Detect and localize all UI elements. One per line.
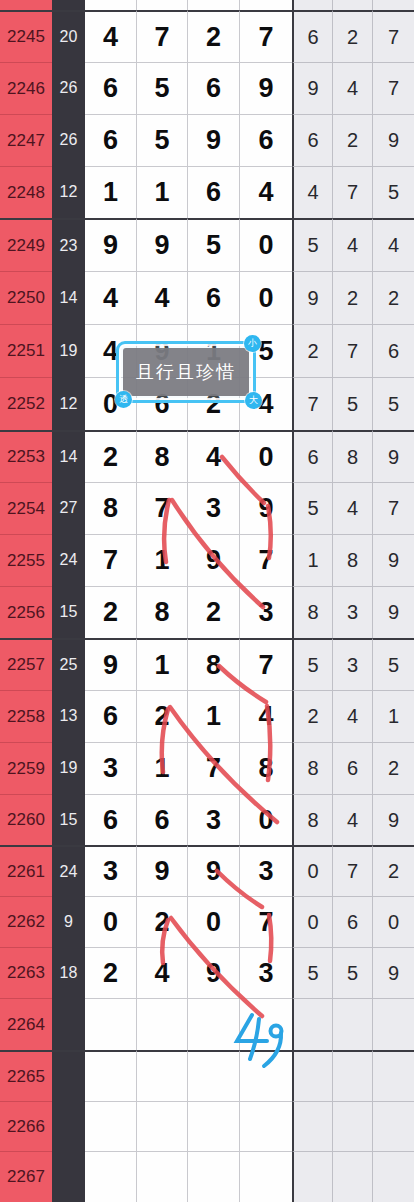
digit-cell[interactable] [85, 1050, 137, 1101]
digit-cell[interactable]: 6 [188, 62, 240, 114]
digit-cell[interactable]: 3 [85, 742, 137, 794]
period-cell-partial [0, 0, 52, 10]
digit-cell[interactable]: 6 [137, 794, 188, 845]
period-cell: 2248 [0, 166, 52, 218]
side-digit-cell[interactable]: 2 [292, 690, 333, 742]
side-digit-cell[interactable] [292, 1101, 333, 1151]
side-digit-cell[interactable]: 9 [373, 794, 414, 845]
period-cell: 2253 [0, 430, 52, 482]
side-digit-cell[interactable]: 5 [292, 638, 333, 690]
sticker-text: 且行且珍惜 [123, 348, 249, 396]
period-cell: 2247 [0, 114, 52, 166]
side-digit-cell[interactable]: 0 [373, 896, 414, 947]
digit-cell[interactable]: 6 [85, 114, 137, 166]
side-digit-cell[interactable]: 2 [292, 324, 333, 377]
digit-cell[interactable] [240, 1050, 292, 1101]
digit-cell[interactable]: 2 [85, 947, 137, 998]
sum-cell: 24 [52, 845, 85, 896]
side-digit-cell[interactable] [373, 1050, 414, 1101]
side-digit-cell[interactable]: 9 [292, 62, 333, 114]
digit-cell[interactable] [85, 1101, 137, 1151]
digit-cell[interactable] [137, 1101, 188, 1151]
side-digit-cell[interactable]: 5 [373, 377, 414, 430]
digit-cell[interactable] [240, 1101, 292, 1151]
side-digit-cell-partial [373, 0, 414, 10]
side-digit-cell[interactable]: 7 [333, 324, 373, 377]
digit-cell[interactable]: 6 [85, 62, 137, 114]
digit-cell[interactable]: 8 [188, 638, 240, 690]
digit-cell[interactable]: 7 [137, 10, 188, 62]
digit-cell[interactable]: 1 [137, 742, 188, 794]
digit-cell[interactable]: 2 [85, 586, 137, 638]
side-digit-cell[interactable]: 5 [373, 166, 414, 218]
side-digit-cell[interactable] [292, 998, 333, 1050]
sum-cell: 19 [52, 742, 85, 794]
digit-cell[interactable]: 4 [240, 690, 292, 742]
digit-cell[interactable]: 9 [240, 62, 292, 114]
sum-cell: 15 [52, 586, 85, 638]
side-digit-cell[interactable]: 4 [333, 62, 373, 114]
lottery-trend-chart-app: 2245204727627224626656994722472665966292… [0, 0, 414, 1202]
side-digit-cell[interactable]: 7 [373, 10, 414, 62]
digit-cell[interactable]: 1 [137, 638, 188, 690]
side-digit-cell[interactable]: 7 [292, 377, 333, 430]
digit-cell[interactable]: 9 [85, 638, 137, 690]
side-digit-cell[interactable]: 6 [292, 114, 333, 166]
digit-cell[interactable]: 3 [240, 586, 292, 638]
digit-cell[interactable]: 1 [188, 690, 240, 742]
side-digit-cell[interactable]: 0 [292, 845, 333, 896]
digit-cell[interactable]: 0 [240, 430, 292, 482]
digit-cell[interactable]: 1 [85, 166, 137, 218]
digit-cell-partial [137, 0, 188, 10]
digit-cell[interactable]: 9 [188, 845, 240, 896]
digit-cell[interactable]: 6 [85, 690, 137, 742]
side-digit-cell[interactable]: 2 [333, 114, 373, 166]
side-digit-cell[interactable]: 2 [333, 271, 373, 324]
digit-cell[interactable] [188, 998, 240, 1050]
side-digit-cell[interactable]: 8 [292, 742, 333, 794]
period-cell: 2266 [0, 1101, 52, 1151]
side-digit-cell[interactable] [333, 998, 373, 1050]
side-digit-cell[interactable] [333, 1050, 373, 1101]
period-cell: 2257 [0, 638, 52, 690]
period-cell: 2250 [0, 271, 52, 324]
sum-cell: 26 [52, 62, 85, 114]
side-digit-cell[interactable]: 4 [333, 690, 373, 742]
digit-cell[interactable]: 3 [240, 947, 292, 998]
sticker-badge-big[interactable]: 大 [245, 392, 262, 409]
period-cell: 2265 [0, 1050, 52, 1101]
digit-cell[interactable]: 9 [137, 218, 188, 271]
side-digit-cell[interactable]: 4 [333, 482, 373, 534]
digit-cell-partial [188, 0, 240, 10]
side-digit-cell[interactable]: 6 [333, 896, 373, 947]
side-digit-cell[interactable]: 4 [373, 218, 414, 271]
period-cell: 2255 [0, 534, 52, 586]
side-digit-cell[interactable]: 7 [373, 482, 414, 534]
sum-cell: 19 [52, 324, 85, 377]
side-digit-cell[interactable]: 9 [292, 271, 333, 324]
side-digit-cell[interactable]: 8 [292, 794, 333, 845]
digit-cell[interactable]: 7 [240, 896, 292, 947]
digit-cell[interactable]: 3 [188, 794, 240, 845]
digit-cell[interactable]: 3 [188, 482, 240, 534]
sum-cell: 12 [52, 377, 85, 430]
digit-cell[interactable]: 3 [85, 845, 137, 896]
digit-cell[interactable] [85, 998, 137, 1050]
period-cell: 2264 [0, 998, 52, 1050]
digit-cell[interactable] [137, 998, 188, 1050]
digit-cell[interactable] [240, 998, 292, 1050]
digit-cell[interactable]: 8 [137, 430, 188, 482]
digit-cell[interactable] [137, 1151, 188, 1202]
side-digit-cell[interactable]: 2 [333, 10, 373, 62]
side-digit-cell[interactable]: 6 [373, 324, 414, 377]
side-digit-cell[interactable]: 7 [333, 845, 373, 896]
digit-cell[interactable] [188, 1101, 240, 1151]
period-cell: 2261 [0, 845, 52, 896]
sum-cell: 24 [52, 534, 85, 586]
side-digit-cell[interactable]: 5 [292, 218, 333, 271]
digit-cell[interactable]: 4 [188, 430, 240, 482]
digit-cell[interactable]: 7 [188, 742, 240, 794]
sum-cell: 15 [52, 794, 85, 845]
sum-cell: 12 [52, 166, 85, 218]
side-digit-cell[interactable]: 1 [373, 690, 414, 742]
digit-cell[interactable]: 4 [240, 166, 292, 218]
digit-cell[interactable]: 2 [188, 586, 240, 638]
digit-cell-partial [240, 0, 292, 10]
side-digit-cell[interactable]: 8 [292, 586, 333, 638]
digit-cell[interactable]: 4 [85, 271, 137, 324]
digit-cell[interactable]: 4 [137, 947, 188, 998]
sum-cell: 25 [52, 638, 85, 690]
period-cell: 2256 [0, 586, 52, 638]
side-digit-cell[interactable]: 2 [373, 742, 414, 794]
digit-cell[interactable]: 7 [85, 534, 137, 586]
digit-cell[interactable]: 8 [85, 482, 137, 534]
sum-cell: 27 [52, 482, 85, 534]
side-digit-cell[interactable]: 2 [373, 845, 414, 896]
side-digit-cell[interactable]: 4 [333, 794, 373, 845]
sticker-badge-small[interactable]: 小 [244, 335, 261, 352]
digit-cell[interactable]: 1 [137, 534, 188, 586]
digit-cell[interactable]: 9 [240, 482, 292, 534]
side-digit-cell[interactable]: 8 [333, 430, 373, 482]
digit-cell[interactable] [240, 1151, 292, 1202]
side-digit-cell[interactable]: 0 [292, 896, 333, 947]
sum-cell: 13 [52, 690, 85, 742]
digit-cell[interactable]: 6 [188, 166, 240, 218]
period-cell: 2258 [0, 690, 52, 742]
sum-cell: 14 [52, 430, 85, 482]
side-digit-cell-partial [333, 0, 373, 10]
sum-cell-partial [52, 0, 85, 10]
side-digit-cell[interactable]: 1 [292, 534, 333, 586]
digit-cell[interactable]: 6 [188, 271, 240, 324]
side-digit-cell[interactable] [333, 1151, 373, 1202]
side-digit-cell[interactable]: 7 [373, 62, 414, 114]
digit-cell[interactable]: 5 [137, 62, 188, 114]
digit-cell[interactable]: 0 [85, 896, 137, 947]
digit-cell[interactable]: 9 [137, 845, 188, 896]
sum-cell: 18 [52, 947, 85, 998]
side-digit-cell[interactable] [292, 1151, 333, 1202]
digit-cell[interactable]: 2 [188, 10, 240, 62]
digit-cell[interactable]: 9 [188, 114, 240, 166]
digit-cell[interactable]: 4 [85, 10, 137, 62]
digit-cell[interactable]: 9 [188, 947, 240, 998]
period-cell: 2260 [0, 794, 52, 845]
side-digit-cell[interactable]: 9 [373, 534, 414, 586]
side-digit-cell[interactable] [333, 1101, 373, 1151]
digit-cell[interactable]: 2 [137, 690, 188, 742]
side-digit-cell[interactable] [292, 1050, 333, 1101]
side-digit-cell[interactable]: 5 [292, 482, 333, 534]
digit-cell[interactable]: 5 [188, 218, 240, 271]
text-sticker-overlay[interactable]: 且行且珍惜 小 透 大 [116, 341, 256, 403]
digit-cell[interactable]: 2 [85, 430, 137, 482]
side-digit-cell[interactable] [373, 1101, 414, 1151]
side-digit-cell[interactable]: 7 [333, 166, 373, 218]
digit-cell[interactable]: 5 [137, 114, 188, 166]
sum-cell [52, 1101, 85, 1151]
side-digit-cell[interactable]: 5 [292, 947, 333, 998]
sum-cell: 14 [52, 271, 85, 324]
side-digit-cell[interactable]: 4 [292, 166, 333, 218]
side-digit-cell-partial [292, 0, 333, 10]
period-cell: 2251 [0, 324, 52, 377]
digit-cell[interactable]: 1 [137, 166, 188, 218]
digit-cell[interactable]: 3 [240, 845, 292, 896]
side-digit-cell[interactable]: 2 [373, 271, 414, 324]
digit-cell[interactable]: 7 [240, 10, 292, 62]
period-cell: 2262 [0, 896, 52, 947]
digit-cell[interactable]: 2 [137, 896, 188, 947]
sticker-badge-transparency[interactable]: 透 [115, 391, 132, 408]
side-digit-cell[interactable]: 5 [373, 638, 414, 690]
sum-cell [52, 1151, 85, 1202]
side-digit-cell[interactable] [373, 998, 414, 1050]
period-cell: 2249 [0, 218, 52, 271]
digit-cell[interactable]: 7 [240, 534, 292, 586]
side-digit-cell[interactable]: 6 [292, 10, 333, 62]
side-digit-cell[interactable]: 5 [333, 947, 373, 998]
side-digit-cell[interactable]: 8 [333, 534, 373, 586]
sum-cell: 26 [52, 114, 85, 166]
sum-cell: 20 [52, 10, 85, 62]
digit-cell[interactable] [137, 1050, 188, 1101]
side-digit-cell[interactable]: 3 [333, 586, 373, 638]
side-digit-cell[interactable]: 9 [373, 114, 414, 166]
digit-cell[interactable]: 0 [240, 271, 292, 324]
digit-cell[interactable] [188, 1151, 240, 1202]
digit-cell-partial [85, 0, 137, 10]
period-cell: 2245 [0, 10, 52, 62]
digit-cell[interactable] [85, 1151, 137, 1202]
sum-cell [52, 998, 85, 1050]
period-cell: 2263 [0, 947, 52, 998]
digit-cell[interactable]: 9 [85, 218, 137, 271]
trend-chart-grid: 2245204727627224626656994722472665966292… [0, 0, 414, 1202]
side-digit-cell[interactable]: 9 [373, 586, 414, 638]
digit-cell[interactable]: 0 [240, 218, 292, 271]
side-digit-cell[interactable]: 9 [373, 430, 414, 482]
digit-cell[interactable]: 0 [188, 896, 240, 947]
period-cell: 2259 [0, 742, 52, 794]
period-cell: 2246 [0, 62, 52, 114]
side-digit-cell[interactable] [373, 1151, 414, 1202]
period-cell: 2254 [0, 482, 52, 534]
digit-cell[interactable]: 6 [240, 114, 292, 166]
digit-cell[interactable]: 6 [85, 794, 137, 845]
digit-cell[interactable]: 0 [240, 794, 292, 845]
period-cell: 2267 [0, 1151, 52, 1202]
digit-cell[interactable]: 4 [137, 271, 188, 324]
sum-cell: 23 [52, 218, 85, 271]
side-digit-cell[interactable]: 4 [333, 218, 373, 271]
period-cell: 2252 [0, 377, 52, 430]
side-digit-cell[interactable]: 6 [333, 742, 373, 794]
digit-cell[interactable]: 7 [240, 638, 292, 690]
sum-cell: 9 [52, 896, 85, 947]
side-digit-cell[interactable]: 5 [333, 377, 373, 430]
digit-cell[interactable]: 8 [240, 742, 292, 794]
digit-cell[interactable]: 9 [188, 534, 240, 586]
sum-cell [52, 1050, 85, 1101]
digit-cell[interactable] [188, 1050, 240, 1101]
digit-cell[interactable]: 8 [137, 586, 188, 638]
side-digit-cell[interactable]: 3 [333, 638, 373, 690]
digit-cell[interactable]: 7 [137, 482, 188, 534]
side-digit-cell[interactable]: 9 [373, 947, 414, 998]
side-digit-cell[interactable]: 6 [292, 430, 333, 482]
